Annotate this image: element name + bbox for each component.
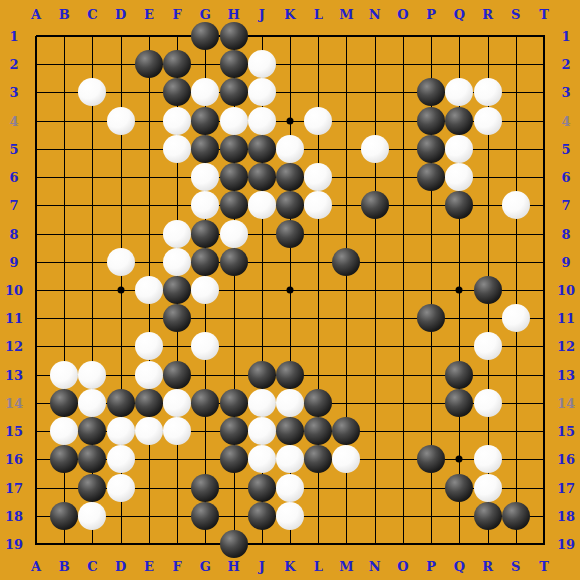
white-stone-C18[interactable] [78,502,106,530]
white-stone-F14[interactable] [163,389,191,417]
column-label-bottom-T: T [539,560,549,573]
column-label-bottom-M: M [339,560,353,573]
white-stone-Q3[interactable] [445,78,473,106]
black-stone-H9[interactable] [220,248,248,276]
black-stone-L15[interactable] [304,417,332,445]
row-label-left-2: 2 [9,58,18,71]
row-label-right-18: 18 [557,509,575,522]
black-stone-H14[interactable] [220,389,248,417]
row-label-right-1: 1 [561,30,570,43]
white-stone-B13[interactable] [50,361,78,389]
row-label-left-19: 19 [5,538,23,551]
white-stone-E12[interactable] [135,332,163,360]
white-stone-D4[interactable] [107,107,135,135]
black-stone-E2[interactable] [135,50,163,78]
white-stone-F5[interactable] [163,135,191,163]
grid-line-vertical [403,36,404,545]
column-label-bottom-R: R [482,560,493,573]
white-stone-F4[interactable] [163,107,191,135]
white-stone-G10[interactable] [191,276,219,304]
row-label-right-15: 15 [557,425,575,438]
white-stone-J7[interactable] [248,191,276,219]
row-label-right-9: 9 [561,255,570,268]
row-label-left-3: 3 [9,86,18,99]
column-label-bottom-S: S [511,560,520,573]
black-stone-P11[interactable] [417,304,445,332]
black-stone-Q13[interactable] [445,361,473,389]
white-stone-L4[interactable] [304,107,332,135]
row-label-right-14: 14 [557,396,575,409]
column-label-top-M: M [339,8,353,21]
white-stone-K18[interactable] [276,502,304,530]
column-label-top-G: G [200,8,211,21]
column-label-bottom-L: L [314,560,323,573]
white-stone-Q5[interactable] [445,135,473,163]
black-stone-G5[interactable] [191,135,219,163]
column-label-top-J: J [259,8,265,21]
column-label-top-P: P [426,8,436,21]
white-stone-K5[interactable] [276,135,304,163]
column-label-top-K: K [284,8,295,21]
white-stone-Q6[interactable] [445,163,473,191]
black-stone-K15[interactable] [276,417,304,445]
grid-line-horizontal [36,346,545,347]
row-label-left-6: 6 [9,171,18,184]
white-stone-R16[interactable] [474,445,502,473]
column-label-bottom-B: B [59,560,70,573]
column-label-top-O: O [397,8,408,21]
white-stone-R12[interactable] [474,332,502,360]
white-stone-J2[interactable] [248,50,276,78]
white-stone-E13[interactable] [135,361,163,389]
black-stone-J13[interactable] [248,361,276,389]
column-label-top-T: T [539,8,549,21]
white-stone-J4[interactable] [248,107,276,135]
row-label-right-3: 3 [561,86,570,99]
column-label-top-Q: Q [454,8,465,21]
black-stone-H15[interactable] [220,417,248,445]
black-stone-B18[interactable] [50,502,78,530]
black-stone-H19[interactable] [220,530,248,558]
black-stone-Q14[interactable] [445,389,473,417]
black-stone-H5[interactable] [220,135,248,163]
black-stone-C16[interactable] [78,445,106,473]
black-stone-P6[interactable] [417,163,445,191]
white-stone-D9[interactable] [107,248,135,276]
row-label-left-8: 8 [9,227,18,240]
star-point-D10 [117,287,124,294]
black-stone-M9[interactable] [332,248,360,276]
column-label-top-B: B [59,8,70,21]
row-label-left-13: 13 [5,368,23,381]
grid-line-horizontal [36,318,545,319]
black-stone-F2[interactable] [163,50,191,78]
row-label-left-16: 16 [5,453,23,466]
black-stone-H6[interactable] [220,163,248,191]
white-stone-G7[interactable] [191,191,219,219]
column-label-top-N: N [369,8,381,21]
white-stone-C14[interactable] [78,389,106,417]
black-stone-P16[interactable] [417,445,445,473]
column-label-bottom-F: F [172,560,181,573]
column-label-top-S: S [511,8,520,21]
column-label-bottom-P: P [426,560,436,573]
white-stone-E15[interactable] [135,417,163,445]
grid-line-horizontal [36,543,545,545]
row-label-left-5: 5 [9,142,18,155]
black-stone-K6[interactable] [276,163,304,191]
white-stone-R3[interactable] [474,78,502,106]
row-label-right-5: 5 [561,142,570,155]
black-stone-R10[interactable] [474,276,502,304]
black-stone-G17[interactable] [191,474,219,502]
white-stone-C13[interactable] [78,361,106,389]
white-stone-S7[interactable] [502,191,530,219]
black-stone-H2[interactable] [220,50,248,78]
black-stone-M15[interactable] [332,417,360,445]
white-stone-R17[interactable] [474,474,502,502]
column-label-bottom-O: O [397,560,408,573]
row-label-right-2: 2 [561,58,570,71]
row-label-left-14: 14 [5,396,23,409]
white-stone-J15[interactable] [248,417,276,445]
column-label-top-L: L [314,8,323,21]
black-stone-P5[interactable] [417,135,445,163]
black-stone-H7[interactable] [220,191,248,219]
column-label-bottom-C: C [87,560,97,573]
grid-line-vertical [375,36,376,545]
black-stone-F13[interactable] [163,361,191,389]
white-stone-K16[interactable] [276,445,304,473]
row-label-left-10: 10 [5,284,23,297]
white-stone-H4[interactable] [220,107,248,135]
white-stone-J3[interactable] [248,78,276,106]
black-stone-P3[interactable] [417,78,445,106]
row-label-left-7: 7 [9,199,18,212]
black-stone-G14[interactable] [191,389,219,417]
row-label-right-16: 16 [557,453,575,466]
white-stone-H8[interactable] [220,220,248,248]
black-stone-C15[interactable] [78,417,106,445]
white-stone-D17[interactable] [107,474,135,502]
row-label-left-12: 12 [5,340,23,353]
white-stone-D16[interactable] [107,445,135,473]
black-stone-D14[interactable] [107,389,135,417]
go-board[interactable]: AABBCCDDEEFFGGHHJJKKLLMMNNOOPPQQRRSSTT11… [0,0,580,580]
black-stone-G1[interactable] [191,22,219,50]
grid-line-vertical [543,36,545,545]
black-stone-E14[interactable] [135,389,163,417]
column-label-bottom-E: E [144,560,154,573]
row-label-right-19: 19 [557,538,575,551]
black-stone-K8[interactable] [276,220,304,248]
black-stone-H16[interactable] [220,445,248,473]
white-stone-R14[interactable] [474,389,502,417]
row-label-right-6: 6 [561,171,570,184]
white-stone-R4[interactable] [474,107,502,135]
black-stone-J5[interactable] [248,135,276,163]
black-stone-H1[interactable] [220,22,248,50]
row-label-right-10: 10 [557,284,575,297]
white-stone-L7[interactable] [304,191,332,219]
white-stone-G3[interactable] [191,78,219,106]
white-stone-J14[interactable] [248,389,276,417]
column-label-top-E: E [144,8,154,21]
black-stone-C17[interactable] [78,474,106,502]
column-label-bottom-H: H [227,560,239,573]
white-stone-F15[interactable] [163,417,191,445]
column-label-bottom-N: N [369,560,381,573]
white-stone-G6[interactable] [191,163,219,191]
black-stone-G4[interactable] [191,107,219,135]
black-stone-Q4[interactable] [445,107,473,135]
white-stone-E10[interactable] [135,276,163,304]
black-stone-J6[interactable] [248,163,276,191]
star-point-K4 [287,117,294,124]
row-label-right-12: 12 [557,340,575,353]
black-stone-J17[interactable] [248,474,276,502]
black-stone-R18[interactable] [474,502,502,530]
column-label-top-R: R [482,8,493,21]
black-stone-G9[interactable] [191,248,219,276]
column-label-top-F: F [172,8,181,21]
star-point-Q16 [456,456,463,463]
black-stone-S18[interactable] [502,502,530,530]
black-stone-B16[interactable] [50,445,78,473]
row-label-right-7: 7 [561,199,570,212]
white-stone-S11[interactable] [502,304,530,332]
column-label-bottom-G: G [200,560,211,573]
column-label-bottom-K: K [284,560,295,573]
white-stone-M16[interactable] [332,445,360,473]
black-stone-H3[interactable] [220,78,248,106]
row-label-right-17: 17 [557,481,575,494]
column-label-top-H: H [227,8,239,21]
black-stone-G8[interactable] [191,220,219,248]
black-stone-F11[interactable] [163,304,191,332]
column-label-top-D: D [115,8,126,21]
row-label-right-13: 13 [557,368,575,381]
black-stone-F10[interactable] [163,276,191,304]
column-label-bottom-J: J [259,560,265,573]
column-label-bottom-D: D [115,560,126,573]
row-label-right-4: 4 [561,114,570,127]
black-stone-L16[interactable] [304,445,332,473]
black-stone-L14[interactable] [304,389,332,417]
white-stone-N5[interactable] [361,135,389,163]
row-label-left-1: 1 [9,30,18,43]
white-stone-F9[interactable] [163,248,191,276]
white-stone-G12[interactable] [191,332,219,360]
row-label-left-11: 11 [5,312,23,325]
row-label-right-11: 11 [557,312,575,325]
black-stone-N7[interactable] [361,191,389,219]
column-label-top-C: C [87,8,97,21]
white-stone-D15[interactable] [107,417,135,445]
black-stone-P4[interactable] [417,107,445,135]
black-stone-Q17[interactable] [445,474,473,502]
black-stone-F3[interactable] [163,78,191,106]
row-label-left-4: 4 [9,114,18,127]
column-label-top-A: A [31,8,41,21]
white-stone-F8[interactable] [163,220,191,248]
column-label-bottom-A: A [31,560,41,573]
white-stone-K14[interactable] [276,389,304,417]
black-stone-Q7[interactable] [445,191,473,219]
row-label-right-8: 8 [561,227,570,240]
white-stone-B15[interactable] [50,417,78,445]
black-stone-G18[interactable] [191,502,219,530]
star-point-Q10 [456,287,463,294]
white-stone-K17[interactable] [276,474,304,502]
white-stone-J16[interactable] [248,445,276,473]
black-stone-K13[interactable] [276,361,304,389]
black-stone-B14[interactable] [50,389,78,417]
row-label-left-9: 9 [9,255,18,268]
white-stone-L6[interactable] [304,163,332,191]
white-stone-C3[interactable] [78,78,106,106]
grid-line-vertical [516,36,517,545]
row-label-left-17: 17 [5,481,23,494]
black-stone-J18[interactable] [248,502,276,530]
column-label-bottom-Q: Q [454,560,465,573]
black-stone-K7[interactable] [276,191,304,219]
row-label-left-15: 15 [5,425,23,438]
star-point-K10 [287,287,294,294]
row-label-left-18: 18 [5,509,23,522]
